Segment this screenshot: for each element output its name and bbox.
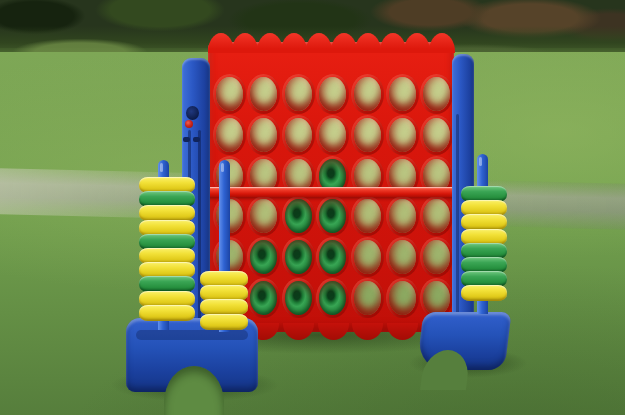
empty-hole xyxy=(423,199,450,233)
top-scallop xyxy=(404,33,430,53)
board-cell xyxy=(350,74,385,115)
empty-hole xyxy=(354,77,381,111)
green-disc xyxy=(285,240,312,274)
board-cell xyxy=(316,74,351,115)
green-disc xyxy=(250,281,277,315)
right-stand-foot xyxy=(416,312,511,370)
top-scallop xyxy=(380,33,406,53)
board-cell xyxy=(419,196,454,237)
green-disc xyxy=(319,240,346,274)
empty-hole xyxy=(250,199,277,233)
empty-hole xyxy=(389,281,416,315)
bottom-scallop xyxy=(318,323,349,340)
board-cell xyxy=(419,237,454,278)
board-cell xyxy=(385,74,420,115)
board-cell xyxy=(247,237,282,278)
board-top-scallops xyxy=(208,33,454,53)
board-cell xyxy=(316,277,351,318)
empty-hole xyxy=(319,77,346,111)
empty-hole xyxy=(250,77,277,111)
stacked-disc-yellow xyxy=(200,314,248,330)
top-scallop xyxy=(232,33,258,53)
photo-giant-connect-four xyxy=(0,0,625,415)
board-cell xyxy=(385,237,420,278)
board-cell xyxy=(385,196,420,237)
bottom-scallop xyxy=(387,323,418,340)
top-scallop xyxy=(331,33,357,53)
empty-hole xyxy=(319,118,346,152)
empty-hole xyxy=(285,77,312,111)
front-cross-rail xyxy=(200,187,460,197)
empty-hole xyxy=(354,118,381,152)
top-scallop xyxy=(208,33,234,53)
top-scallop xyxy=(306,33,332,53)
board-cell xyxy=(247,115,282,156)
empty-hole xyxy=(423,118,450,152)
stack-left-rear xyxy=(139,177,195,319)
leg-porthole xyxy=(186,106,199,120)
board-cell xyxy=(350,196,385,237)
green-disc xyxy=(285,281,312,315)
empty-hole xyxy=(354,281,381,315)
stacked-disc-yellow xyxy=(461,285,507,301)
bottom-scallop xyxy=(283,323,314,340)
empty-hole xyxy=(354,199,381,233)
empty-hole xyxy=(389,199,416,233)
green-disc xyxy=(250,240,277,274)
empty-hole xyxy=(423,240,450,274)
empty-hole xyxy=(216,118,243,152)
stack-right xyxy=(461,186,507,300)
empty-hole xyxy=(389,118,416,152)
top-scallop xyxy=(355,33,381,53)
top-scallop xyxy=(429,33,455,53)
board-cell xyxy=(350,237,385,278)
board-cell xyxy=(281,196,316,237)
board-cell xyxy=(385,277,420,318)
top-scallop xyxy=(257,33,283,53)
green-disc xyxy=(285,199,312,233)
board-cell xyxy=(316,115,351,156)
stack-left-front xyxy=(200,271,248,328)
empty-hole xyxy=(250,118,277,152)
empty-hole xyxy=(389,77,416,111)
empty-hole xyxy=(216,77,243,111)
board-cell xyxy=(247,74,282,115)
leg-slot xyxy=(193,137,200,142)
stacked-disc-yellow xyxy=(139,305,195,321)
green-disc xyxy=(319,199,346,233)
board-cell xyxy=(419,74,454,115)
top-scallop xyxy=(281,33,307,53)
board-cell xyxy=(212,74,247,115)
board-cell xyxy=(350,277,385,318)
empty-hole xyxy=(423,281,450,315)
bottom-scallop xyxy=(352,323,383,340)
board-cell xyxy=(247,196,282,237)
board-cell xyxy=(316,196,351,237)
board-cell xyxy=(419,115,454,156)
board-cell xyxy=(385,115,420,156)
board-cell xyxy=(281,277,316,318)
empty-hole xyxy=(285,118,312,152)
board-cell xyxy=(281,115,316,156)
empty-hole xyxy=(423,77,450,111)
board-cell xyxy=(316,237,351,278)
green-disc xyxy=(319,281,346,315)
empty-hole xyxy=(389,240,416,274)
board-cell xyxy=(281,74,316,115)
board-cell xyxy=(212,115,247,156)
red-bolt-knob xyxy=(185,120,193,128)
board-cell xyxy=(247,277,282,318)
board-cell xyxy=(281,237,316,278)
board-cell xyxy=(350,115,385,156)
empty-hole xyxy=(354,240,381,274)
leg-slot xyxy=(183,137,190,142)
